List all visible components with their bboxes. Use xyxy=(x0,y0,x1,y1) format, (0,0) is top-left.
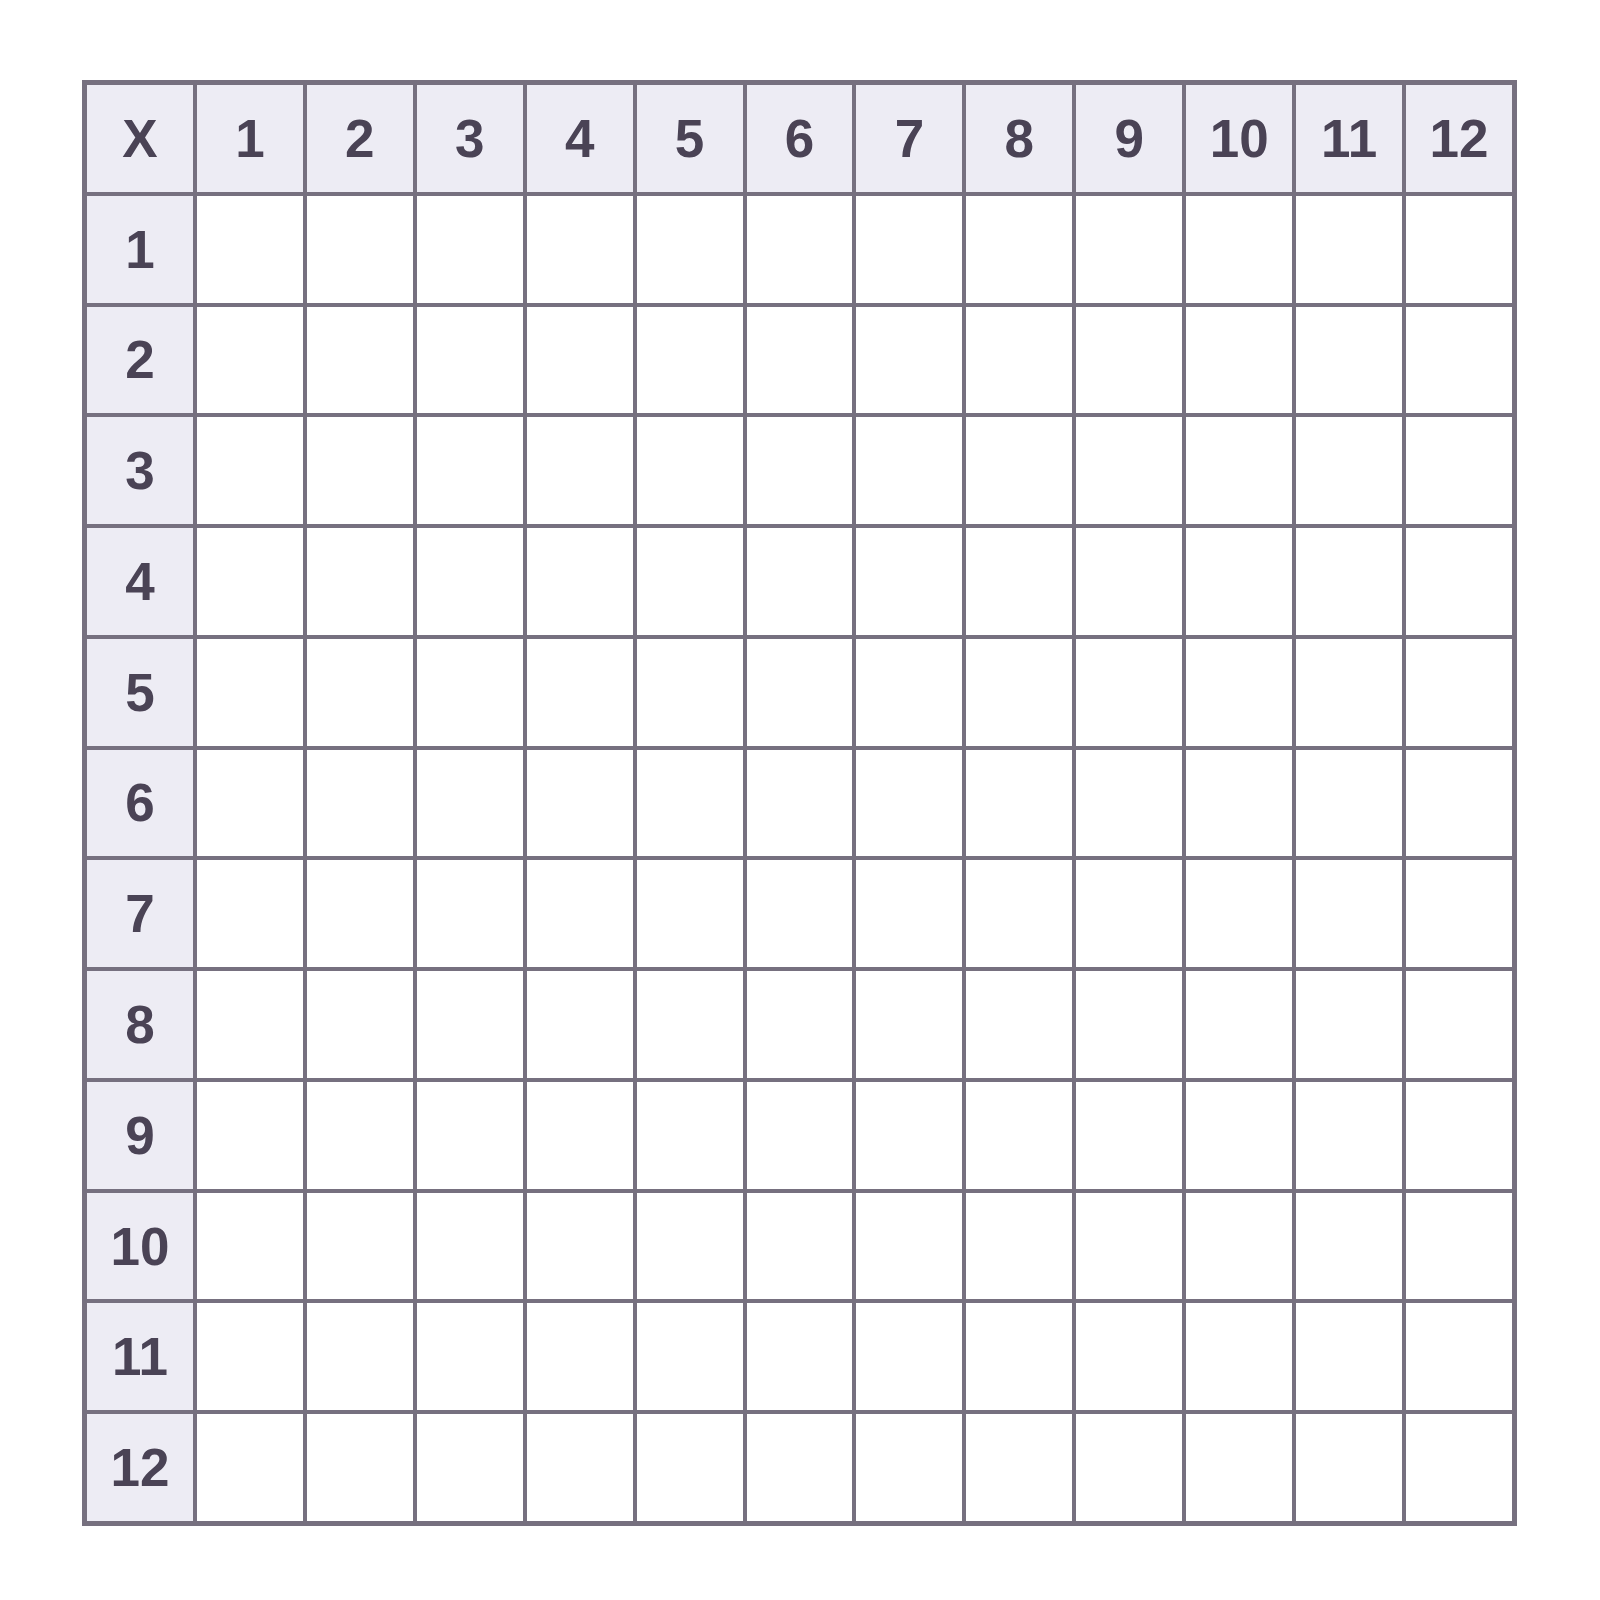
cell-r7-c1[interactable] xyxy=(197,860,303,967)
cell-r6-c8[interactable] xyxy=(966,750,1072,857)
cell-r10-c12[interactable] xyxy=(1406,1193,1512,1300)
cell-r10-c11[interactable] xyxy=(1296,1193,1402,1300)
cell-r12-c4[interactable] xyxy=(527,1414,633,1521)
cell-r10-c5[interactable] xyxy=(637,1193,743,1300)
row-header-10: 10 xyxy=(87,1193,193,1300)
cell-r1-c3[interactable] xyxy=(417,196,523,303)
cell-r6-c6[interactable] xyxy=(747,750,853,857)
cell-r2-c2[interactable] xyxy=(307,307,413,414)
cell-r2-c4[interactable] xyxy=(527,307,633,414)
row-header-11: 11 xyxy=(87,1303,193,1410)
col-header-4: 4 xyxy=(527,85,633,192)
col-header-9: 9 xyxy=(1076,85,1182,192)
cell-r10-c7[interactable] xyxy=(856,1193,962,1300)
col-header-1: 1 xyxy=(197,85,303,192)
cell-r1-c5[interactable] xyxy=(637,196,743,303)
cell-r12-c7[interactable] xyxy=(856,1414,962,1521)
cell-r11-c12[interactable] xyxy=(1406,1303,1512,1410)
cell-r5-c5[interactable] xyxy=(637,639,743,746)
cell-r9-c7[interactable] xyxy=(856,1082,962,1189)
cell-r5-c10[interactable] xyxy=(1186,639,1292,746)
cell-r4-c2[interactable] xyxy=(307,528,413,635)
cell-r4-c1[interactable] xyxy=(197,528,303,635)
cell-r5-c6[interactable] xyxy=(747,639,853,746)
col-header-11: 11 xyxy=(1296,85,1402,192)
cell-r5-c11[interactable] xyxy=(1296,639,1402,746)
cell-r1-c11[interactable] xyxy=(1296,196,1402,303)
cell-r3-c5[interactable] xyxy=(637,417,743,524)
cell-r3-c8[interactable] xyxy=(966,417,1072,524)
cell-r8-c5[interactable] xyxy=(637,971,743,1078)
cell-r12-c12[interactable] xyxy=(1406,1414,1512,1521)
cell-r2-c5[interactable] xyxy=(637,307,743,414)
cell-r4-c5[interactable] xyxy=(637,528,743,635)
cell-r4-c7[interactable] xyxy=(856,528,962,635)
cell-r3-c4[interactable] xyxy=(527,417,633,524)
cell-r11-c10[interactable] xyxy=(1186,1303,1292,1410)
cell-r5-c12[interactable] xyxy=(1406,639,1512,746)
cell-r7-c9[interactable] xyxy=(1076,860,1182,967)
cell-r6-c7[interactable] xyxy=(856,750,962,857)
cell-r3-c11[interactable] xyxy=(1296,417,1402,524)
cell-r11-c6[interactable] xyxy=(747,1303,853,1410)
cell-r8-c1[interactable] xyxy=(197,971,303,1078)
cell-r12-c9[interactable] xyxy=(1076,1414,1182,1521)
cell-r2-c1[interactable] xyxy=(197,307,303,414)
cell-r3-c10[interactable] xyxy=(1186,417,1292,524)
cell-r4-c10[interactable] xyxy=(1186,528,1292,635)
row-header-9: 9 xyxy=(87,1082,193,1189)
cell-r10-c8[interactable] xyxy=(966,1193,1072,1300)
cell-r11-c8[interactable] xyxy=(966,1303,1072,1410)
col-header-3: 3 xyxy=(417,85,523,192)
cell-r9-c9[interactable] xyxy=(1076,1082,1182,1189)
cell-r8-c7[interactable] xyxy=(856,971,962,1078)
cell-r11-c5[interactable] xyxy=(637,1303,743,1410)
cell-r1-c7[interactable] xyxy=(856,196,962,303)
cell-r2-c9[interactable] xyxy=(1076,307,1182,414)
cell-r2-c3[interactable] xyxy=(417,307,523,414)
cell-r7-c2[interactable] xyxy=(307,860,413,967)
cell-r10-c6[interactable] xyxy=(747,1193,853,1300)
cell-r6-c3[interactable] xyxy=(417,750,523,857)
cell-r2-c11[interactable] xyxy=(1296,307,1402,414)
cell-r1-c4[interactable] xyxy=(527,196,633,303)
cell-r4-c12[interactable] xyxy=(1406,528,1512,635)
cell-r2-c10[interactable] xyxy=(1186,307,1292,414)
cell-r8-c4[interactable] xyxy=(527,971,633,1078)
cell-r8-c8[interactable] xyxy=(966,971,1072,1078)
cell-r2-c7[interactable] xyxy=(856,307,962,414)
row-header-5: 5 xyxy=(87,639,193,746)
cell-r6-c12[interactable] xyxy=(1406,750,1512,857)
col-header-12: 12 xyxy=(1406,85,1512,192)
cell-r5-c2[interactable] xyxy=(307,639,413,746)
cell-r1-c12[interactable] xyxy=(1406,196,1512,303)
cell-r7-c8[interactable] xyxy=(966,860,1072,967)
multiplication-table-grid: X123456789101112123456789101112 xyxy=(82,80,1517,1526)
cell-r9-c6[interactable] xyxy=(747,1082,853,1189)
cell-r5-c1[interactable] xyxy=(197,639,303,746)
cell-r5-c4[interactable] xyxy=(527,639,633,746)
cell-r9-c1[interactable] xyxy=(197,1082,303,1189)
cell-r1-c8[interactable] xyxy=(966,196,1072,303)
col-header-10: 10 xyxy=(1186,85,1292,192)
cell-r12-c5[interactable] xyxy=(637,1414,743,1521)
row-header-12: 12 xyxy=(87,1414,193,1521)
cell-r12-c3[interactable] xyxy=(417,1414,523,1521)
cell-r6-c1[interactable] xyxy=(197,750,303,857)
cell-r10-c1[interactable] xyxy=(197,1193,303,1300)
cell-r10-c10[interactable] xyxy=(1186,1193,1292,1300)
cell-r3-c3[interactable] xyxy=(417,417,523,524)
cell-r7-c5[interactable] xyxy=(637,860,743,967)
cell-r4-c11[interactable] xyxy=(1296,528,1402,635)
cell-r3-c9[interactable] xyxy=(1076,417,1182,524)
cell-r7-c11[interactable] xyxy=(1296,860,1402,967)
col-header-2: 2 xyxy=(307,85,413,192)
cell-r5-c7[interactable] xyxy=(856,639,962,746)
cell-r12-c1[interactable] xyxy=(197,1414,303,1521)
cell-r7-c4[interactable] xyxy=(527,860,633,967)
cell-r3-c2[interactable] xyxy=(307,417,413,524)
corner-cell: X xyxy=(87,85,193,192)
cell-r11-c1[interactable] xyxy=(197,1303,303,1410)
cell-r6-c11[interactable] xyxy=(1296,750,1402,857)
cell-r11-c3[interactable] xyxy=(417,1303,523,1410)
cell-r10-c3[interactable] xyxy=(417,1193,523,1300)
cell-r1-c9[interactable] xyxy=(1076,196,1182,303)
cell-r8-c6[interactable] xyxy=(747,971,853,1078)
cell-r7-c12[interactable] xyxy=(1406,860,1512,967)
cell-r6-c9[interactable] xyxy=(1076,750,1182,857)
cell-r7-c6[interactable] xyxy=(747,860,853,967)
cell-r11-c7[interactable] xyxy=(856,1303,962,1410)
cell-r6-c10[interactable] xyxy=(1186,750,1292,857)
cell-r11-c2[interactable] xyxy=(307,1303,413,1410)
row-header-3: 3 xyxy=(87,417,193,524)
cell-r2-c12[interactable] xyxy=(1406,307,1512,414)
cell-r9-c11[interactable] xyxy=(1296,1082,1402,1189)
cell-r8-c3[interactable] xyxy=(417,971,523,1078)
cell-r1-c10[interactable] xyxy=(1186,196,1292,303)
cell-r8-c2[interactable] xyxy=(307,971,413,1078)
cell-r10-c4[interactable] xyxy=(527,1193,633,1300)
col-header-8: 8 xyxy=(966,85,1072,192)
cell-r12-c10[interactable] xyxy=(1186,1414,1292,1521)
cell-r1-c1[interactable] xyxy=(197,196,303,303)
cell-r3-c12[interactable] xyxy=(1406,417,1512,524)
cell-r1-c6[interactable] xyxy=(747,196,853,303)
cell-r4-c6[interactable] xyxy=(747,528,853,635)
cell-r7-c10[interactable] xyxy=(1186,860,1292,967)
cell-r3-c7[interactable] xyxy=(856,417,962,524)
cell-r9-c5[interactable] xyxy=(637,1082,743,1189)
row-header-2: 2 xyxy=(87,307,193,414)
cell-r4-c3[interactable] xyxy=(417,528,523,635)
col-header-6: 6 xyxy=(747,85,853,192)
cell-r12-c11[interactable] xyxy=(1296,1414,1402,1521)
cell-r4-c4[interactable] xyxy=(527,528,633,635)
cell-r9-c3[interactable] xyxy=(417,1082,523,1189)
cell-r7-c7[interactable] xyxy=(856,860,962,967)
row-header-4: 4 xyxy=(87,528,193,635)
cell-r4-c8[interactable] xyxy=(966,528,1072,635)
cell-r4-c9[interactable] xyxy=(1076,528,1182,635)
cell-r10-c9[interactable] xyxy=(1076,1193,1182,1300)
cell-r12-c2[interactable] xyxy=(307,1414,413,1521)
cell-r6-c5[interactable] xyxy=(637,750,743,857)
cell-r8-c12[interactable] xyxy=(1406,971,1512,1078)
cell-r8-c10[interactable] xyxy=(1186,971,1292,1078)
cell-r9-c8[interactable] xyxy=(966,1082,1072,1189)
cell-r11-c4[interactable] xyxy=(527,1303,633,1410)
row-header-6: 6 xyxy=(87,750,193,857)
cell-r2-c6[interactable] xyxy=(747,307,853,414)
cell-r9-c4[interactable] xyxy=(527,1082,633,1189)
cell-r1-c2[interactable] xyxy=(307,196,413,303)
cell-r11-c11[interactable] xyxy=(1296,1303,1402,1410)
row-header-1: 1 xyxy=(87,196,193,303)
cell-r9-c2[interactable] xyxy=(307,1082,413,1189)
cell-r7-c3[interactable] xyxy=(417,860,523,967)
cell-r11-c9[interactable] xyxy=(1076,1303,1182,1410)
col-header-7: 7 xyxy=(856,85,962,192)
cell-r6-c4[interactable] xyxy=(527,750,633,857)
row-header-8: 8 xyxy=(87,971,193,1078)
cell-r6-c2[interactable] xyxy=(307,750,413,857)
cell-r9-c12[interactable] xyxy=(1406,1082,1512,1189)
cell-r8-c11[interactable] xyxy=(1296,971,1402,1078)
cell-r12-c8[interactable] xyxy=(966,1414,1072,1521)
cell-r12-c6[interactable] xyxy=(747,1414,853,1521)
cell-r9-c10[interactable] xyxy=(1186,1082,1292,1189)
cell-r2-c8[interactable] xyxy=(966,307,1072,414)
cell-r10-c2[interactable] xyxy=(307,1193,413,1300)
col-header-5: 5 xyxy=(637,85,743,192)
cell-r5-c3[interactable] xyxy=(417,639,523,746)
row-header-7: 7 xyxy=(87,860,193,967)
cell-r5-c8[interactable] xyxy=(966,639,1072,746)
cell-r8-c9[interactable] xyxy=(1076,971,1182,1078)
cell-r5-c9[interactable] xyxy=(1076,639,1182,746)
cell-r3-c6[interactable] xyxy=(747,417,853,524)
cell-r3-c1[interactable] xyxy=(197,417,303,524)
